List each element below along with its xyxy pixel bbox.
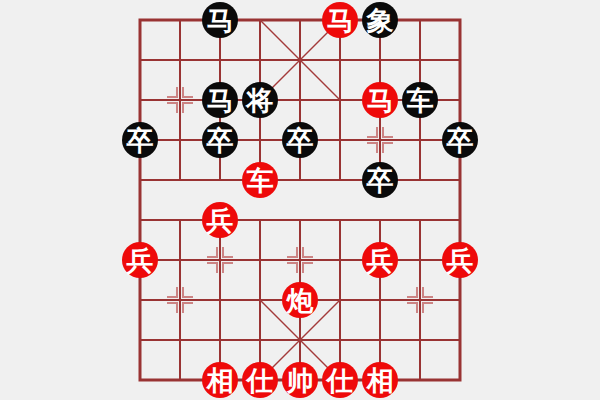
- piece-red-soldier[interactable]: 兵: [122, 242, 158, 278]
- point-marker: [167, 87, 193, 113]
- piece-red-elephant[interactable]: 相: [362, 362, 398, 398]
- piece-red-cannon[interactable]: 炮: [282, 282, 318, 318]
- xiangqi-board-area: 马马象马将马车卒卒卒卒车卒兵兵兵兵炮相仕帅仕相: [0, 0, 600, 400]
- piece-black-horse[interactable]: 马: [202, 82, 238, 118]
- piece-red-king[interactable]: 帅: [282, 362, 318, 398]
- piece-black-soldier[interactable]: 卒: [282, 122, 318, 158]
- piece-red-soldier[interactable]: 兵: [362, 242, 398, 278]
- piece-black-soldier[interactable]: 卒: [122, 122, 158, 158]
- piece-black-chariot[interactable]: 车: [402, 82, 438, 118]
- piece-red-soldier[interactable]: 兵: [202, 202, 238, 238]
- piece-black-soldier[interactable]: 卒: [202, 122, 238, 158]
- piece-black-soldier[interactable]: 卒: [362, 162, 398, 198]
- point-marker: [407, 287, 433, 313]
- point-marker: [167, 287, 193, 313]
- piece-black-elephant[interactable]: 象: [362, 2, 398, 38]
- point-marker: [287, 247, 313, 273]
- piece-red-advisor[interactable]: 仕: [322, 362, 358, 398]
- piece-black-soldier[interactable]: 卒: [442, 122, 478, 158]
- piece-black-horse[interactable]: 马: [202, 2, 238, 38]
- point-marker: [367, 127, 393, 153]
- piece-black-general[interactable]: 将: [242, 82, 278, 118]
- piece-red-advisor[interactable]: 仕: [242, 362, 278, 398]
- piece-red-chariot[interactable]: 车: [242, 162, 278, 198]
- board-grid: 马马象马将马车卒卒卒卒车卒兵兵兵兵炮相仕帅仕相: [120, 0, 480, 400]
- piece-red-soldier[interactable]: 兵: [442, 242, 478, 278]
- piece-red-horse[interactable]: 马: [322, 2, 358, 38]
- piece-red-elephant[interactable]: 相: [202, 362, 238, 398]
- piece-red-horse[interactable]: 马: [362, 82, 398, 118]
- point-marker: [207, 247, 233, 273]
